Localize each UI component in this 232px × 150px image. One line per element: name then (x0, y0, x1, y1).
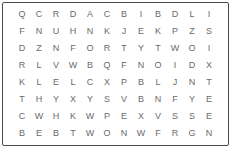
grid-cell[interactable]: F (65, 40, 82, 57)
grid-cell[interactable]: I (201, 40, 218, 57)
grid-cell[interactable]: L (150, 74, 167, 91)
grid-cell[interactable]: N (184, 74, 201, 91)
grid-cell[interactable]: B (48, 125, 65, 142)
grid-cell[interactable]: E (133, 23, 150, 40)
grid-cell[interactable]: W (65, 57, 82, 74)
grid-cell[interactable]: X (65, 91, 82, 108)
grid-cell[interactable]: W (82, 125, 99, 142)
grid-cell[interactable]: W (133, 125, 150, 142)
grid-cell[interactable]: W (82, 108, 99, 125)
grid-cell[interactable]: Y (133, 40, 150, 57)
grid-cell[interactable]: X (201, 57, 218, 74)
grid-cell[interactable]: B (116, 6, 133, 23)
grid-cell[interactable]: K (14, 74, 31, 91)
grid-cell[interactable]: N (201, 125, 218, 142)
grid-cell[interactable]: E (201, 91, 218, 108)
grid-cell[interactable]: T (201, 74, 218, 91)
word-search-grid: QCRDACBIBDLIFNUHNKJEKPZSDZNFORTYTWOIRLVW… (14, 6, 218, 142)
grid-cell[interactable]: L (184, 6, 201, 23)
grid-cell[interactable]: N (48, 40, 65, 57)
grid-cell[interactable]: G (184, 125, 201, 142)
grid-cell[interactable]: E (31, 125, 48, 142)
grid-cell[interactable]: L (31, 57, 48, 74)
grid-cell[interactable]: B (14, 125, 31, 142)
grid-cell[interactable]: E (116, 108, 133, 125)
grid-cell[interactable]: T (116, 40, 133, 57)
grid-cell[interactable]: C (14, 108, 31, 125)
grid-cell[interactable]: D (167, 6, 184, 23)
grid-cell[interactable]: I (167, 57, 184, 74)
grid-cell[interactable]: O (82, 40, 99, 57)
grid-cell[interactable]: H (48, 108, 65, 125)
grid-cell[interactable]: D (184, 57, 201, 74)
grid-cell[interactable]: C (99, 6, 116, 23)
grid-cell[interactable]: D (65, 6, 82, 23)
grid-cell[interactable]: B (133, 74, 150, 91)
grid-cell[interactable]: D (14, 40, 31, 57)
grid-cell[interactable]: F (116, 57, 133, 74)
grid-cell[interactable]: K (65, 108, 82, 125)
grid-cell[interactable]: N (133, 57, 150, 74)
grid-cell[interactable]: Z (31, 40, 48, 57)
grid-cell[interactable]: J (167, 74, 184, 91)
grid-cell[interactable]: T (150, 40, 167, 57)
grid-cell[interactable]: O (150, 57, 167, 74)
grid-cell[interactable]: O (99, 125, 116, 142)
grid-cell[interactable]: V (48, 57, 65, 74)
grid-cell[interactable]: T (65, 125, 82, 142)
grid-cell[interactable]: R (48, 6, 65, 23)
grid-cell[interactable]: F (150, 125, 167, 142)
grid-cell[interactable]: S (201, 23, 218, 40)
grid-cell[interactable]: B (82, 57, 99, 74)
grid-cell[interactable]: N (116, 125, 133, 142)
grid-cell[interactable]: P (167, 23, 184, 40)
grid-cell[interactable]: C (31, 6, 48, 23)
grid-cell[interactable]: R (99, 40, 116, 57)
grid-cell[interactable]: B (150, 6, 167, 23)
grid-cell[interactable]: K (99, 23, 116, 40)
grid-cell[interactable]: N (82, 23, 99, 40)
grid-cell[interactable]: P (116, 74, 133, 91)
grid-cell[interactable]: B (133, 91, 150, 108)
grid-cell[interactable]: Z (184, 23, 201, 40)
grid-cell[interactable]: I (133, 6, 150, 23)
grid-cell[interactable]: W (31, 108, 48, 125)
grid-cell[interactable]: Y (82, 91, 99, 108)
grid-cell[interactable]: P (99, 108, 116, 125)
grid-cell[interactable]: E (201, 108, 218, 125)
grid-cell[interactable]: X (133, 108, 150, 125)
board-frame: QCRDACBIBDLIFNUHNKJEKPZSDZNFORTYTWOIRLVW… (2, 2, 229, 146)
grid-cell[interactable]: R (167, 125, 184, 142)
grid-cell[interactable]: N (31, 23, 48, 40)
grid-cell[interactable]: A (82, 6, 99, 23)
grid-cell[interactable]: Y (184, 91, 201, 108)
grid-cell[interactable]: K (150, 23, 167, 40)
grid-cell[interactable]: R (14, 57, 31, 74)
grid-cell[interactable]: L (65, 74, 82, 91)
grid-cell[interactable]: V (150, 108, 167, 125)
grid-cell[interactable]: F (14, 23, 31, 40)
grid-cell[interactable]: N (150, 91, 167, 108)
grid-cell[interactable]: X (99, 74, 116, 91)
grid-cell[interactable]: L (31, 74, 48, 91)
grid-cell[interactable]: T (14, 91, 31, 108)
grid-cell[interactable]: F (167, 91, 184, 108)
grid-cell[interactable]: V (116, 91, 133, 108)
grid-cell[interactable]: H (31, 91, 48, 108)
grid-cell[interactable]: Y (48, 91, 65, 108)
grid-cell[interactable]: S (99, 91, 116, 108)
grid-cell[interactable]: S (184, 108, 201, 125)
grid-cell[interactable]: H (65, 23, 82, 40)
grid-cell[interactable]: U (48, 23, 65, 40)
grid-cell[interactable]: C (82, 74, 99, 91)
grid-cell[interactable]: W (167, 40, 184, 57)
word-search-screenshot: QCRDACBIBDLIFNUHNKJEKPZSDZNFORTYTWOIRLVW… (0, 0, 232, 150)
grid-cell[interactable]: O (184, 40, 201, 57)
grid-cell[interactable]: J (116, 23, 133, 40)
grid-cell[interactable]: E (48, 74, 65, 91)
grid-cell[interactable]: Q (99, 57, 116, 74)
grid-cell[interactable]: S (167, 108, 184, 125)
grid-cell[interactable]: I (201, 6, 218, 23)
grid-cell[interactable]: Q (14, 6, 31, 23)
